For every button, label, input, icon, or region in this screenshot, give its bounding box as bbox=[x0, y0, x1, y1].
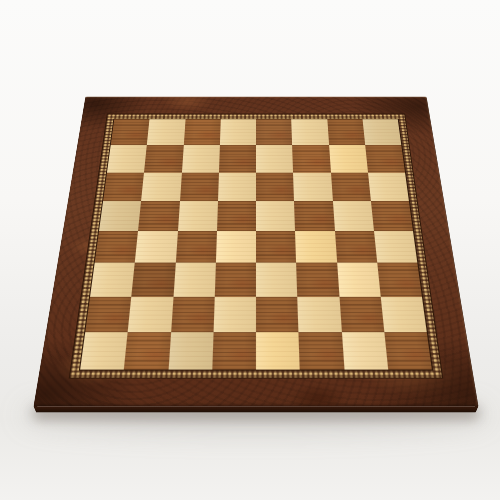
square-r4c7-light bbox=[332, 201, 373, 231]
square-r1c3-dark bbox=[183, 119, 220, 145]
square-r4c4-dark bbox=[217, 201, 256, 231]
square-r2c3-light bbox=[182, 145, 220, 172]
square-r2c4-dark bbox=[219, 145, 256, 172]
square-r3c8-light bbox=[368, 172, 409, 201]
square-r3c4-light bbox=[218, 172, 256, 201]
square-r5c5-dark bbox=[256, 231, 296, 263]
square-r6c8-dark bbox=[377, 263, 422, 297]
square-r6c5-light bbox=[256, 263, 297, 297]
square-r2c1-light bbox=[107, 145, 147, 172]
square-r4c5-light bbox=[256, 201, 295, 231]
square-r2c8-dark bbox=[365, 145, 405, 172]
square-r1c7-dark bbox=[327, 119, 365, 145]
square-r1c2-light bbox=[147, 119, 185, 145]
square-r8c3-light bbox=[168, 332, 213, 370]
square-r1c5-dark bbox=[256, 119, 292, 145]
square-r7c5-dark bbox=[256, 296, 299, 332]
square-r6c4-dark bbox=[215, 263, 256, 297]
square-r8c1-light bbox=[80, 332, 128, 370]
square-r4c1-light bbox=[99, 201, 141, 231]
board-grid bbox=[79, 119, 433, 371]
square-r2c5-light bbox=[256, 145, 293, 172]
square-r1c6-light bbox=[291, 119, 328, 145]
square-r2c2-dark bbox=[144, 145, 183, 172]
square-r5c7-dark bbox=[335, 231, 377, 263]
scene bbox=[0, 0, 500, 500]
square-r6c1-light bbox=[90, 263, 135, 297]
photo-background bbox=[0, 0, 500, 500]
square-r3c1-dark bbox=[103, 172, 144, 201]
square-r7c8-light bbox=[380, 296, 426, 332]
square-r5c2-light bbox=[135, 231, 177, 263]
square-r8c7-light bbox=[341, 332, 388, 370]
square-r3c3-dark bbox=[180, 172, 219, 201]
square-r2c6-dark bbox=[292, 145, 330, 172]
inlay-ribbon bbox=[69, 114, 444, 379]
square-r3c7-dark bbox=[330, 172, 370, 201]
board-border-frame bbox=[34, 97, 479, 407]
square-r3c2-light bbox=[141, 172, 181, 201]
square-r6c6-dark bbox=[296, 263, 339, 297]
square-r8c8-dark bbox=[384, 332, 432, 370]
square-r4c8-dark bbox=[371, 201, 413, 231]
square-r4c2-dark bbox=[138, 201, 179, 231]
square-r7c2-light bbox=[128, 296, 173, 332]
square-r7c4-light bbox=[213, 296, 256, 332]
board-edge-bottom bbox=[34, 406, 479, 412]
square-r7c3-dark bbox=[171, 296, 215, 332]
square-r3c6-light bbox=[293, 172, 332, 201]
chess-board bbox=[34, 97, 479, 407]
square-r4c3-light bbox=[178, 201, 218, 231]
square-r1c1-dark bbox=[111, 119, 150, 145]
square-r5c8-light bbox=[374, 231, 418, 263]
square-r7c7-dark bbox=[339, 296, 384, 332]
square-r5c6-light bbox=[295, 231, 336, 263]
square-r8c5-light bbox=[256, 332, 300, 370]
square-r1c8-light bbox=[362, 119, 401, 145]
square-r6c2-dark bbox=[132, 263, 176, 297]
square-r2c7-light bbox=[329, 145, 368, 172]
square-r6c3-light bbox=[173, 263, 216, 297]
square-r6c7-light bbox=[337, 263, 381, 297]
square-r5c1-dark bbox=[95, 231, 139, 263]
square-r8c4-dark bbox=[212, 332, 256, 370]
square-r7c6-light bbox=[297, 296, 341, 332]
square-r7c1-dark bbox=[85, 296, 131, 332]
square-r5c4-light bbox=[216, 231, 256, 263]
square-r8c2-dark bbox=[124, 332, 171, 370]
square-r5c3-dark bbox=[175, 231, 216, 263]
square-r4c6-dark bbox=[294, 201, 334, 231]
square-r1c4-light bbox=[220, 119, 256, 145]
square-r8c6-dark bbox=[299, 332, 344, 370]
square-r3c5-dark bbox=[256, 172, 294, 201]
